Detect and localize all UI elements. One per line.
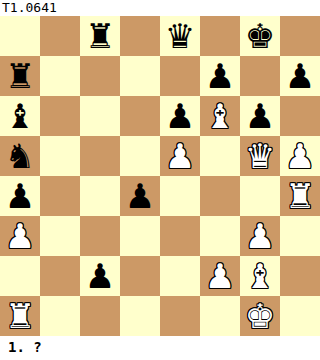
square-c8[interactable]: ♜ xyxy=(80,16,120,56)
square-e4[interactable] xyxy=(160,176,200,216)
black-pawn-piece[interactable]: ♟ xyxy=(245,96,275,136)
square-g3[interactable]: ♟ xyxy=(240,216,280,256)
white-rook-piece[interactable]: ♜ xyxy=(5,296,35,336)
square-d6[interactable] xyxy=(120,96,160,136)
square-d2[interactable] xyxy=(120,256,160,296)
square-h2[interactable] xyxy=(280,256,320,296)
square-a1[interactable]: ♜ xyxy=(0,296,40,336)
square-h4[interactable]: ♜ xyxy=(280,176,320,216)
white-king-piece[interactable]: ♚ xyxy=(245,296,275,336)
square-d4[interactable]: ♟ xyxy=(120,176,160,216)
square-a2[interactable] xyxy=(0,256,40,296)
square-a7[interactable]: ♜ xyxy=(0,56,40,96)
square-a5[interactable]: ♞ xyxy=(0,136,40,176)
square-e2[interactable] xyxy=(160,256,200,296)
square-a8[interactable] xyxy=(0,16,40,56)
square-g7[interactable] xyxy=(240,56,280,96)
square-f4[interactable] xyxy=(200,176,240,216)
square-a6[interactable]: ♝ xyxy=(0,96,40,136)
square-c6[interactable] xyxy=(80,96,120,136)
square-c1[interactable] xyxy=(80,296,120,336)
square-e8[interactable]: ♛ xyxy=(160,16,200,56)
square-c5[interactable] xyxy=(80,136,120,176)
square-d8[interactable] xyxy=(120,16,160,56)
white-pawn-piece[interactable]: ♟ xyxy=(165,136,195,176)
black-knight-piece[interactable]: ♞ xyxy=(5,136,35,176)
square-g4[interactable] xyxy=(240,176,280,216)
square-d3[interactable] xyxy=(120,216,160,256)
square-d1[interactable] xyxy=(120,296,160,336)
black-queen-piece[interactable]: ♛ xyxy=(165,16,195,56)
square-b2[interactable] xyxy=(40,256,80,296)
square-h8[interactable] xyxy=(280,16,320,56)
puzzle-title: T1.0641 xyxy=(0,0,320,16)
square-f6[interactable]: ♝ xyxy=(200,96,240,136)
black-rook-piece[interactable]: ♜ xyxy=(85,16,115,56)
square-h5[interactable]: ♟ xyxy=(280,136,320,176)
white-rook-piece[interactable]: ♜ xyxy=(285,176,315,216)
square-c2[interactable]: ♟ xyxy=(80,256,120,296)
square-b4[interactable] xyxy=(40,176,80,216)
square-f2[interactable]: ♟ xyxy=(200,256,240,296)
black-king-piece[interactable]: ♚ xyxy=(245,16,275,56)
square-h6[interactable] xyxy=(280,96,320,136)
square-h3[interactable] xyxy=(280,216,320,256)
square-e5[interactable]: ♟ xyxy=(160,136,200,176)
square-d7[interactable] xyxy=(120,56,160,96)
square-f8[interactable] xyxy=(200,16,240,56)
square-f7[interactable]: ♟ xyxy=(200,56,240,96)
square-b8[interactable] xyxy=(40,16,80,56)
black-pawn-piece[interactable]: ♟ xyxy=(205,56,235,96)
white-pawn-piece[interactable]: ♟ xyxy=(205,256,235,296)
square-g8[interactable]: ♚ xyxy=(240,16,280,56)
move-prompt: 1. ? xyxy=(0,336,320,360)
black-pawn-piece[interactable]: ♟ xyxy=(165,96,195,136)
black-pawn-piece[interactable]: ♟ xyxy=(125,176,155,216)
white-pawn-piece[interactable]: ♟ xyxy=(5,216,35,256)
square-b6[interactable] xyxy=(40,96,80,136)
square-a4[interactable]: ♟ xyxy=(0,176,40,216)
square-h7[interactable]: ♟ xyxy=(280,56,320,96)
white-bishop-piece[interactable]: ♝ xyxy=(205,96,235,136)
square-d5[interactable] xyxy=(120,136,160,176)
square-e1[interactable] xyxy=(160,296,200,336)
black-pawn-piece[interactable]: ♟ xyxy=(85,256,115,296)
black-pawn-piece[interactable]: ♟ xyxy=(285,56,315,96)
square-g5[interactable]: ♛ xyxy=(240,136,280,176)
square-b3[interactable] xyxy=(40,216,80,256)
white-pawn-piece[interactable]: ♟ xyxy=(245,216,275,256)
white-bishop-piece[interactable]: ♝ xyxy=(245,256,275,296)
square-c3[interactable] xyxy=(80,216,120,256)
square-f5[interactable] xyxy=(200,136,240,176)
black-rook-piece[interactable]: ♜ xyxy=(5,56,35,96)
square-g2[interactable]: ♝ xyxy=(240,256,280,296)
black-pawn-piece[interactable]: ♟ xyxy=(5,176,35,216)
square-g6[interactable]: ♟ xyxy=(240,96,280,136)
square-b7[interactable] xyxy=(40,56,80,96)
square-c4[interactable] xyxy=(80,176,120,216)
square-h1[interactable] xyxy=(280,296,320,336)
square-b5[interactable] xyxy=(40,136,80,176)
square-f1[interactable] xyxy=(200,296,240,336)
square-b1[interactable] xyxy=(40,296,80,336)
white-queen-piece[interactable]: ♛ xyxy=(245,136,275,176)
black-bishop-piece[interactable]: ♝ xyxy=(5,96,35,136)
square-g1[interactable]: ♚ xyxy=(240,296,280,336)
square-a3[interactable]: ♟ xyxy=(0,216,40,256)
square-e3[interactable] xyxy=(160,216,200,256)
white-pawn-piece[interactable]: ♟ xyxy=(285,136,315,176)
square-c7[interactable] xyxy=(80,56,120,96)
square-f3[interactable] xyxy=(200,216,240,256)
chess-board: ♜♛♚♜♟♟♝♟♝♟♞♟♛♟♟♟♜♟♟♟♟♝♜♚ xyxy=(0,16,320,336)
square-e7[interactable] xyxy=(160,56,200,96)
square-e6[interactable]: ♟ xyxy=(160,96,200,136)
